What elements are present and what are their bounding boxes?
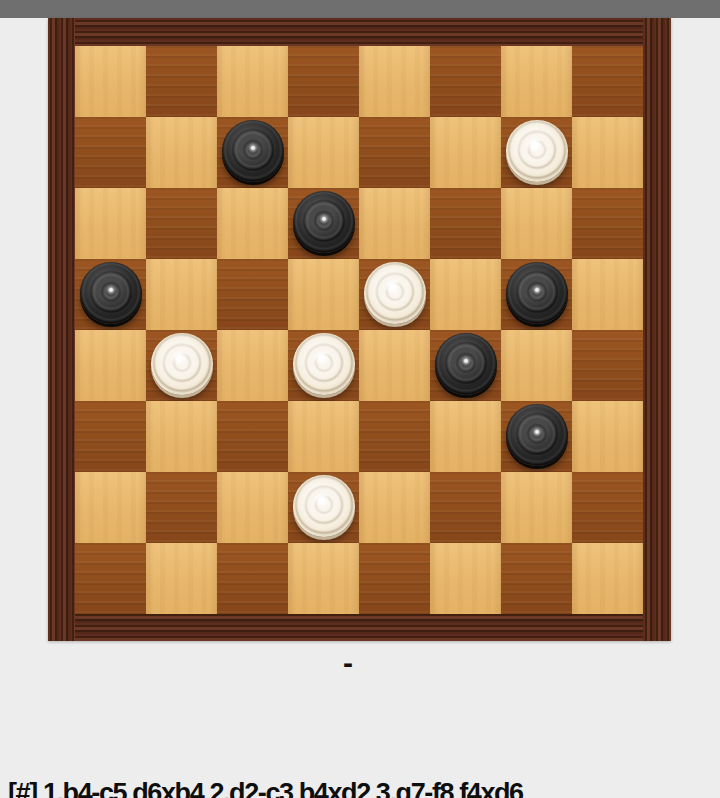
square-d7[interactable]: [288, 117, 359, 188]
square-g2[interactable]: [501, 472, 572, 543]
square-e2[interactable]: [359, 472, 430, 543]
square-c4[interactable]: [217, 330, 288, 401]
square-d8[interactable]: [288, 46, 359, 117]
square-d3[interactable]: [288, 401, 359, 472]
square-f8[interactable]: [430, 46, 501, 117]
black-man-g3[interactable]: [506, 404, 568, 466]
square-a6[interactable]: [75, 188, 146, 259]
square-d1[interactable]: [288, 543, 359, 614]
white-man-d2[interactable]: [293, 475, 355, 537]
square-b1[interactable]: [146, 543, 217, 614]
square-f3[interactable]: [430, 401, 501, 472]
square-a2[interactable]: [75, 472, 146, 543]
board-squares: [75, 46, 643, 614]
square-h1[interactable]: [572, 543, 643, 614]
square-e1[interactable]: [359, 543, 430, 614]
square-e8[interactable]: [359, 46, 430, 117]
black-man-f4[interactable]: [435, 333, 497, 395]
square-h6[interactable]: [572, 188, 643, 259]
black-man-g5[interactable]: [506, 262, 568, 324]
square-c8[interactable]: [217, 46, 288, 117]
square-h2[interactable]: [572, 472, 643, 543]
square-f6[interactable]: [430, 188, 501, 259]
square-c2[interactable]: [217, 472, 288, 543]
square-g4[interactable]: [501, 330, 572, 401]
square-d2[interactable]: [288, 472, 359, 543]
square-b8[interactable]: [146, 46, 217, 117]
square-g1[interactable]: [501, 543, 572, 614]
white-man-e5[interactable]: [364, 262, 426, 324]
square-e5[interactable]: [359, 259, 430, 330]
square-a7[interactable]: [75, 117, 146, 188]
square-e7[interactable]: [359, 117, 430, 188]
square-h3[interactable]: [572, 401, 643, 472]
square-a4[interactable]: [75, 330, 146, 401]
board-frame: [48, 18, 671, 641]
square-g6[interactable]: [501, 188, 572, 259]
square-f2[interactable]: [430, 472, 501, 543]
moves-notation: [#] 1.b4-c5 d6xb4 2.d2-c3 b4xd2 3.g7-f8 …: [8, 713, 714, 798]
square-d6[interactable]: [288, 188, 359, 259]
square-e4[interactable]: [359, 330, 430, 401]
square-c6[interactable]: [217, 188, 288, 259]
square-h7[interactable]: [572, 117, 643, 188]
square-g3[interactable]: [501, 401, 572, 472]
square-a3[interactable]: [75, 401, 146, 472]
square-g7[interactable]: [501, 117, 572, 188]
square-c1[interactable]: [217, 543, 288, 614]
square-c3[interactable]: [217, 401, 288, 472]
square-g5[interactable]: [501, 259, 572, 330]
square-b4[interactable]: [146, 330, 217, 401]
square-f1[interactable]: [430, 543, 501, 614]
square-b2[interactable]: [146, 472, 217, 543]
square-f5[interactable]: [430, 259, 501, 330]
square-c5[interactable]: [217, 259, 288, 330]
white-man-d4[interactable]: [293, 333, 355, 395]
square-h5[interactable]: [572, 259, 643, 330]
black-man-c7[interactable]: [222, 120, 284, 182]
square-b5[interactable]: [146, 259, 217, 330]
square-b6[interactable]: [146, 188, 217, 259]
square-a8[interactable]: [75, 46, 146, 117]
board-frame-right: [643, 18, 671, 641]
square-f7[interactable]: [430, 117, 501, 188]
moves-line-1: [#] 1.b4-c5 d6xb4 2.d2-c3 b4xd2 3.g7-f8 …: [8, 777, 714, 798]
square-c7[interactable]: [217, 117, 288, 188]
black-man-a5[interactable]: [80, 262, 142, 324]
white-man-g7[interactable]: [506, 120, 568, 182]
square-a1[interactable]: [75, 543, 146, 614]
move-indicator: -: [0, 646, 696, 680]
square-b3[interactable]: [146, 401, 217, 472]
square-a5[interactable]: [75, 259, 146, 330]
status-bar: [0, 0, 720, 18]
square-h4[interactable]: [572, 330, 643, 401]
square-g8[interactable]: [501, 46, 572, 117]
square-f4[interactable]: [430, 330, 501, 401]
square-d4[interactable]: [288, 330, 359, 401]
black-man-d6[interactable]: [293, 191, 355, 253]
board-frame-left: [48, 18, 75, 641]
square-e6[interactable]: [359, 188, 430, 259]
square-h8[interactable]: [572, 46, 643, 117]
white-man-b4[interactable]: [151, 333, 213, 395]
square-b7[interactable]: [146, 117, 217, 188]
square-e3[interactable]: [359, 401, 430, 472]
square-d5[interactable]: [288, 259, 359, 330]
